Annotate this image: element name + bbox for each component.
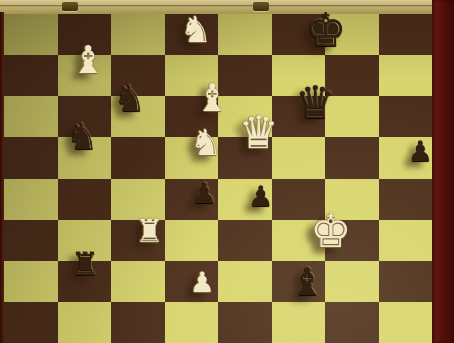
square-h6[interactable] xyxy=(379,96,433,137)
square-g5[interactable] xyxy=(325,137,379,178)
square-h4[interactable] xyxy=(379,179,433,220)
square-b4[interactable] xyxy=(58,179,112,220)
white-queen[interactable]: ♛ xyxy=(239,110,279,155)
chessboard-photo: ♞♚♝♞♝♛♞♞♛♟♟♟♜♚♜♟♝ xyxy=(0,0,454,343)
square-e3[interactable] xyxy=(218,220,272,261)
board-hinge-strip xyxy=(0,0,454,15)
square-f5[interactable] xyxy=(272,137,326,178)
square-a1[interactable] xyxy=(4,302,58,343)
square-b1[interactable] xyxy=(58,302,112,343)
square-a6[interactable] xyxy=(4,96,58,137)
white-knight[interactable]: ♞ xyxy=(190,125,222,161)
square-h2[interactable] xyxy=(379,261,433,302)
square-c1[interactable] xyxy=(111,302,165,343)
square-a2[interactable] xyxy=(4,261,58,302)
black-queen[interactable]: ♛ xyxy=(295,80,335,125)
square-f1[interactable] xyxy=(272,302,326,343)
square-h3[interactable] xyxy=(379,220,433,261)
square-g2[interactable] xyxy=(325,261,379,302)
chess-board: ♞♚♝♞♝♛♞♞♛♟♟♟♜♚♜♟♝ xyxy=(4,14,432,343)
black-bishop[interactable]: ♝ xyxy=(290,263,324,301)
square-g1[interactable] xyxy=(325,302,379,343)
white-knight[interactable]: ♞ xyxy=(180,12,212,48)
square-h1[interactable] xyxy=(379,302,433,343)
black-knight[interactable]: ♞ xyxy=(66,119,98,155)
white-bishop[interactable]: ♝ xyxy=(71,41,105,79)
square-c2[interactable] xyxy=(111,261,165,302)
square-e1[interactable] xyxy=(218,302,272,343)
white-pawn[interactable]: ♟ xyxy=(190,269,215,297)
white-rook[interactable]: ♜ xyxy=(135,215,164,247)
black-king[interactable]: ♚ xyxy=(305,7,346,53)
square-d3[interactable] xyxy=(165,220,219,261)
black-rook[interactable]: ♜ xyxy=(71,248,100,280)
square-c8[interactable] xyxy=(111,14,165,55)
black-pawn[interactable]: ♟ xyxy=(248,183,273,211)
square-a8[interactable] xyxy=(4,14,58,55)
hinge-clasp xyxy=(253,2,269,11)
square-e2[interactable] xyxy=(218,261,272,302)
square-a3[interactable] xyxy=(4,220,58,261)
white-bishop[interactable]: ♝ xyxy=(195,79,229,117)
square-e8[interactable] xyxy=(218,14,272,55)
square-a5[interactable] xyxy=(4,137,58,178)
white-king[interactable]: ♚ xyxy=(310,208,351,254)
square-a4[interactable] xyxy=(4,179,58,220)
black-pawn[interactable]: ♟ xyxy=(408,138,433,166)
black-knight[interactable]: ♞ xyxy=(114,81,146,117)
black-pawn[interactable]: ♟ xyxy=(192,180,217,208)
hinge-clasp xyxy=(62,2,78,11)
board-side-panel xyxy=(432,0,454,343)
square-c5[interactable] xyxy=(111,137,165,178)
square-h8[interactable] xyxy=(379,14,433,55)
square-d1[interactable] xyxy=(165,302,219,343)
square-h7[interactable] xyxy=(379,55,433,96)
square-a7[interactable] xyxy=(4,55,58,96)
